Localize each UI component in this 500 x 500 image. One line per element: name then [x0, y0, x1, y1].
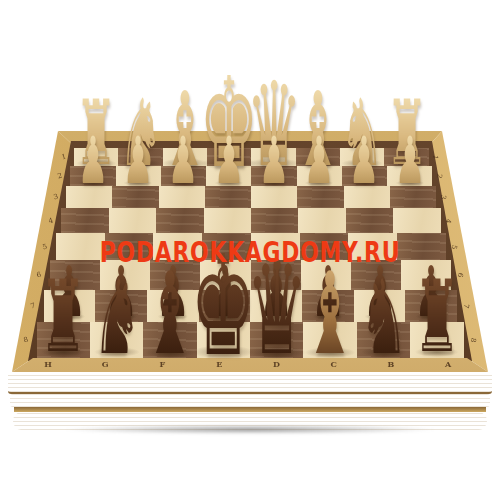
product-photo: HGFEDCBA1122334455667788 ♜♞♝♛♚♝♞♜♟♟♟♟♟♟♟…: [0, 0, 500, 500]
box-middle-slat: [10, 394, 490, 407]
box-lid-edge-slat: [8, 372, 492, 394]
drop-shadow: [65, 425, 435, 434]
watermark: PODAROKKAGDOMY.RU: [100, 236, 400, 269]
